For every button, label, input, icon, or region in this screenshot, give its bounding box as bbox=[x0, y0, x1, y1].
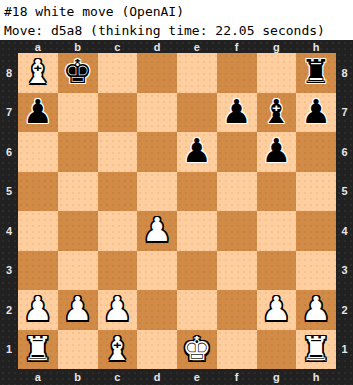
square-g3 bbox=[257, 251, 297, 291]
file-label-b: b bbox=[58, 369, 98, 385]
chess-board: abcdefgh8♝♚♜87♟♟♝♟76♟♟6554♟4332♟♟♟♟♟21♜♝… bbox=[0, 40, 353, 385]
rank-label-3: 3 bbox=[336, 251, 353, 291]
square-e1: ♚ bbox=[177, 330, 217, 370]
square-b8: ♚ bbox=[58, 53, 98, 93]
piece-black-pawn: ♟ bbox=[222, 95, 252, 128]
rank-label-7: 7 bbox=[0, 93, 18, 133]
square-e3 bbox=[177, 251, 217, 291]
square-a5 bbox=[18, 172, 58, 212]
square-c8 bbox=[98, 53, 138, 93]
move-detail-line: Move: d5a8 (thinking time: 22.05 seconds… bbox=[4, 21, 353, 40]
square-b3 bbox=[58, 251, 98, 291]
file-label-d: d bbox=[137, 369, 177, 385]
square-c3 bbox=[98, 251, 138, 291]
rank-label-4: 4 bbox=[336, 211, 353, 251]
square-a8: ♝ bbox=[18, 53, 58, 93]
square-f3 bbox=[217, 251, 257, 291]
piece-white-pawn: ♟ bbox=[103, 292, 133, 325]
square-e6: ♟ bbox=[177, 132, 217, 172]
rank-label-5: 5 bbox=[336, 172, 353, 212]
square-c1: ♝ bbox=[98, 330, 138, 370]
piece-white-king: ♚ bbox=[182, 332, 212, 365]
square-d1 bbox=[137, 330, 177, 370]
square-h1: ♜ bbox=[296, 330, 336, 370]
square-d3 bbox=[137, 251, 177, 291]
square-b4 bbox=[58, 211, 98, 251]
square-g6: ♟ bbox=[257, 132, 297, 172]
square-d7 bbox=[137, 93, 177, 133]
square-b5 bbox=[58, 172, 98, 212]
square-d8 bbox=[137, 53, 177, 93]
square-h3 bbox=[296, 251, 336, 291]
piece-white-rook: ♜ bbox=[23, 332, 53, 365]
square-d2 bbox=[137, 290, 177, 330]
piece-white-pawn: ♟ bbox=[301, 292, 331, 325]
square-e4 bbox=[177, 211, 217, 251]
square-e2 bbox=[177, 290, 217, 330]
square-h8: ♜ bbox=[296, 53, 336, 93]
square-e5 bbox=[177, 172, 217, 212]
square-f2 bbox=[217, 290, 257, 330]
square-c7 bbox=[98, 93, 138, 133]
file-label-e: e bbox=[177, 40, 217, 53]
move-log-header: #18 white move (OpenAI) Move: d5a8 (thin… bbox=[0, 0, 353, 40]
rank-label-7: 7 bbox=[336, 93, 353, 133]
move-number-line: #18 white move (OpenAI) bbox=[4, 2, 353, 21]
square-b6 bbox=[58, 132, 98, 172]
piece-black-pawn: ♟ bbox=[182, 134, 212, 167]
square-f1 bbox=[217, 330, 257, 370]
rank-label-3: 3 bbox=[0, 251, 18, 291]
square-h6 bbox=[296, 132, 336, 172]
square-b7 bbox=[58, 93, 98, 133]
file-label-c: c bbox=[98, 40, 138, 53]
piece-black-pawn: ♟ bbox=[262, 134, 292, 167]
square-a1: ♜ bbox=[18, 330, 58, 370]
square-g1 bbox=[257, 330, 297, 370]
square-h5 bbox=[296, 172, 336, 212]
square-a7: ♟ bbox=[18, 93, 58, 133]
file-label-a: a bbox=[18, 40, 58, 53]
square-a6 bbox=[18, 132, 58, 172]
square-c4 bbox=[98, 211, 138, 251]
square-g2: ♟ bbox=[257, 290, 297, 330]
square-b1 bbox=[58, 330, 98, 370]
rank-label-6: 6 bbox=[0, 132, 18, 172]
board-margin-corner bbox=[0, 369, 18, 385]
square-c6 bbox=[98, 132, 138, 172]
square-e7 bbox=[177, 93, 217, 133]
board-margin-corner bbox=[336, 369, 353, 385]
file-label-b: b bbox=[58, 40, 98, 53]
file-label-a: a bbox=[18, 369, 58, 385]
file-label-c: c bbox=[98, 369, 138, 385]
square-b2: ♟ bbox=[58, 290, 98, 330]
piece-black-bishop: ♝ bbox=[262, 95, 292, 128]
square-h4 bbox=[296, 211, 336, 251]
file-label-f: f bbox=[217, 369, 257, 385]
rank-label-6: 6 bbox=[336, 132, 353, 172]
file-label-d: d bbox=[137, 40, 177, 53]
rank-label-2: 2 bbox=[0, 290, 18, 330]
square-d4: ♟ bbox=[137, 211, 177, 251]
piece-white-pawn: ♟ bbox=[262, 292, 292, 325]
square-g8 bbox=[257, 53, 297, 93]
piece-black-pawn: ♟ bbox=[23, 95, 53, 128]
square-h7: ♟ bbox=[296, 93, 336, 133]
file-label-g: g bbox=[257, 40, 297, 53]
square-c2: ♟ bbox=[98, 290, 138, 330]
board-margin-corner bbox=[336, 40, 353, 53]
square-g4 bbox=[257, 211, 297, 251]
rank-label-8: 8 bbox=[336, 53, 353, 93]
piece-white-pawn: ♟ bbox=[23, 292, 53, 325]
square-f6 bbox=[217, 132, 257, 172]
square-a3 bbox=[18, 251, 58, 291]
file-label-e: e bbox=[177, 369, 217, 385]
rank-label-1: 1 bbox=[336, 330, 353, 370]
square-f8 bbox=[217, 53, 257, 93]
square-d5 bbox=[137, 172, 177, 212]
file-label-f: f bbox=[217, 40, 257, 53]
piece-black-pawn: ♟ bbox=[301, 95, 331, 128]
piece-white-bishop: ♝ bbox=[23, 55, 53, 88]
piece-white-pawn: ♟ bbox=[142, 213, 172, 246]
square-a2: ♟ bbox=[18, 290, 58, 330]
piece-white-bishop: ♝ bbox=[103, 332, 133, 365]
piece-black-rook: ♜ bbox=[301, 55, 331, 88]
file-label-g: g bbox=[257, 369, 297, 385]
square-f4 bbox=[217, 211, 257, 251]
square-a4 bbox=[18, 211, 58, 251]
rank-label-8: 8 bbox=[0, 53, 18, 93]
rank-label-5: 5 bbox=[0, 172, 18, 212]
piece-white-rook: ♜ bbox=[301, 332, 331, 365]
square-c5 bbox=[98, 172, 138, 212]
rank-label-1: 1 bbox=[0, 330, 18, 370]
square-f7: ♟ bbox=[217, 93, 257, 133]
piece-black-king: ♚ bbox=[63, 55, 93, 88]
square-e8 bbox=[177, 53, 217, 93]
file-label-h: h bbox=[296, 369, 336, 385]
square-g7: ♝ bbox=[257, 93, 297, 133]
square-g5 bbox=[257, 172, 297, 212]
square-f5 bbox=[217, 172, 257, 212]
piece-white-pawn: ♟ bbox=[63, 292, 93, 325]
square-d6 bbox=[137, 132, 177, 172]
square-h2: ♟ bbox=[296, 290, 336, 330]
board-margin-corner bbox=[0, 40, 18, 53]
file-label-h: h bbox=[296, 40, 336, 53]
rank-label-2: 2 bbox=[336, 290, 353, 330]
rank-label-4: 4 bbox=[0, 211, 18, 251]
